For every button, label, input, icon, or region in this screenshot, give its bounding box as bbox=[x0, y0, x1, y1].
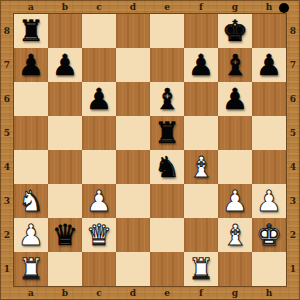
square-a6[interactable] bbox=[14, 82, 48, 116]
rank-label-3: 3 bbox=[0, 184, 14, 218]
square-g3[interactable]: ♟ bbox=[218, 184, 252, 218]
rank-label-4: 4 bbox=[286, 150, 300, 184]
piece-white-queen: ♛ bbox=[86, 218, 112, 252]
square-b8[interactable] bbox=[48, 14, 82, 48]
square-g8[interactable]: ♚ bbox=[218, 14, 252, 48]
file-label-f: f bbox=[184, 0, 218, 14]
square-f2[interactable] bbox=[184, 218, 218, 252]
square-d4[interactable] bbox=[116, 150, 150, 184]
file-label-c: c bbox=[82, 286, 116, 300]
square-b1[interactable] bbox=[48, 252, 82, 286]
piece-white-pawn: ♟ bbox=[18, 218, 44, 252]
square-h1[interactable] bbox=[252, 252, 286, 286]
chess-board-frame: abcdefgh abcdefgh 87654321 87654321 ♜♚♟♟… bbox=[0, 0, 300, 300]
square-b2[interactable]: ♛ bbox=[48, 218, 82, 252]
piece-black-rook: ♜ bbox=[154, 116, 180, 150]
piece-black-queen: ♛ bbox=[52, 218, 78, 252]
square-b5[interactable] bbox=[48, 116, 82, 150]
rank-label-6: 6 bbox=[0, 82, 14, 116]
piece-black-pawn: ♟ bbox=[222, 82, 248, 116]
file-label-c: c bbox=[82, 0, 116, 14]
piece-white-knight: ♞ bbox=[18, 184, 44, 218]
square-e6[interactable]: ♝ bbox=[150, 82, 184, 116]
file-label-g: g bbox=[218, 286, 252, 300]
square-h8[interactable] bbox=[252, 14, 286, 48]
rank-label-5: 5 bbox=[286, 116, 300, 150]
square-h7[interactable]: ♟ bbox=[252, 48, 286, 82]
square-c4[interactable] bbox=[82, 150, 116, 184]
square-a7[interactable]: ♟ bbox=[14, 48, 48, 82]
rank-label-7: 7 bbox=[286, 48, 300, 82]
piece-white-rook: ♜ bbox=[188, 252, 214, 286]
square-f3[interactable] bbox=[184, 184, 218, 218]
square-g1[interactable] bbox=[218, 252, 252, 286]
square-b3[interactable] bbox=[48, 184, 82, 218]
file-label-b: b bbox=[48, 286, 82, 300]
square-d8[interactable] bbox=[116, 14, 150, 48]
piece-white-pawn: ♟ bbox=[222, 184, 248, 218]
piece-black-king: ♚ bbox=[222, 14, 248, 48]
square-e2[interactable] bbox=[150, 218, 184, 252]
file-label-h: h bbox=[252, 286, 286, 300]
piece-black-bishop: ♝ bbox=[154, 82, 180, 116]
file-labels-bottom: abcdefgh bbox=[14, 286, 286, 300]
square-e7[interactable] bbox=[150, 48, 184, 82]
piece-black-pawn: ♟ bbox=[52, 48, 78, 82]
square-h3[interactable]: ♟ bbox=[252, 184, 286, 218]
file-label-f: f bbox=[184, 286, 218, 300]
rank-label-2: 2 bbox=[0, 218, 14, 252]
square-e4[interactable]: ♞ bbox=[150, 150, 184, 184]
square-e5[interactable]: ♜ bbox=[150, 116, 184, 150]
square-a8[interactable]: ♜ bbox=[14, 14, 48, 48]
square-g2[interactable]: ♝ bbox=[218, 218, 252, 252]
square-e1[interactable] bbox=[150, 252, 184, 286]
square-d5[interactable] bbox=[116, 116, 150, 150]
file-label-g: g bbox=[218, 0, 252, 14]
piece-black-pawn: ♟ bbox=[18, 48, 44, 82]
rank-label-8: 8 bbox=[0, 14, 14, 48]
piece-black-rook: ♜ bbox=[18, 14, 44, 48]
square-f4[interactable]: ♝ bbox=[184, 150, 218, 184]
file-labels-top: abcdefgh bbox=[14, 0, 286, 14]
file-label-d: d bbox=[116, 286, 150, 300]
square-e3[interactable] bbox=[150, 184, 184, 218]
square-c5[interactable] bbox=[82, 116, 116, 150]
rank-label-1: 1 bbox=[0, 252, 14, 286]
square-c7[interactable] bbox=[82, 48, 116, 82]
rank-label-2: 2 bbox=[286, 218, 300, 252]
piece-white-bishop: ♝ bbox=[222, 218, 248, 252]
square-d6[interactable] bbox=[116, 82, 150, 116]
file-label-b: b bbox=[48, 0, 82, 14]
square-f7[interactable]: ♟ bbox=[184, 48, 218, 82]
piece-black-knight: ♞ bbox=[154, 150, 180, 184]
piece-white-pawn: ♟ bbox=[86, 184, 112, 218]
square-a3[interactable]: ♞ bbox=[14, 184, 48, 218]
file-label-a: a bbox=[14, 0, 48, 14]
square-f5[interactable] bbox=[184, 116, 218, 150]
square-a4[interactable] bbox=[14, 150, 48, 184]
rank-label-5: 5 bbox=[0, 116, 14, 150]
square-h4[interactable] bbox=[252, 150, 286, 184]
piece-black-pawn: ♟ bbox=[256, 48, 282, 82]
square-b7[interactable]: ♟ bbox=[48, 48, 82, 82]
square-h2[interactable]: ♚ bbox=[252, 218, 286, 252]
square-a1[interactable]: ♜ bbox=[14, 252, 48, 286]
rank-label-1: 1 bbox=[286, 252, 300, 286]
file-label-d: d bbox=[116, 0, 150, 14]
square-b6[interactable] bbox=[48, 82, 82, 116]
square-d2[interactable] bbox=[116, 218, 150, 252]
square-g6[interactable]: ♟ bbox=[218, 82, 252, 116]
piece-black-pawn: ♟ bbox=[86, 82, 112, 116]
square-f1[interactable]: ♜ bbox=[184, 252, 218, 286]
square-h6[interactable] bbox=[252, 82, 286, 116]
square-f6[interactable] bbox=[184, 82, 218, 116]
square-f8[interactable] bbox=[184, 14, 218, 48]
piece-white-king: ♚ bbox=[256, 218, 282, 252]
rank-label-4: 4 bbox=[0, 150, 14, 184]
square-c1[interactable] bbox=[82, 252, 116, 286]
piece-white-rook: ♜ bbox=[18, 252, 44, 286]
file-label-a: a bbox=[14, 286, 48, 300]
square-d3[interactable] bbox=[116, 184, 150, 218]
square-g4[interactable] bbox=[218, 150, 252, 184]
square-c6[interactable]: ♟ bbox=[82, 82, 116, 116]
square-a5[interactable] bbox=[14, 116, 48, 150]
piece-black-bishop: ♝ bbox=[222, 48, 248, 82]
square-b4[interactable] bbox=[48, 150, 82, 184]
chess-board: ♜♚♟♟♟♝♟♟♝♟♜♞♝♞♟♟♟♟♛♛♝♚♜♜ bbox=[14, 14, 286, 286]
square-a2[interactable]: ♟ bbox=[14, 218, 48, 252]
rank-label-8: 8 bbox=[286, 14, 300, 48]
piece-white-bishop: ♝ bbox=[188, 150, 214, 184]
piece-white-pawn: ♟ bbox=[256, 184, 282, 218]
square-c2[interactable]: ♛ bbox=[82, 218, 116, 252]
square-d7[interactable] bbox=[116, 48, 150, 82]
piece-black-pawn: ♟ bbox=[188, 48, 214, 82]
square-g7[interactable]: ♝ bbox=[218, 48, 252, 82]
rank-label-6: 6 bbox=[286, 82, 300, 116]
rank-label-7: 7 bbox=[0, 48, 14, 82]
square-g5[interactable] bbox=[218, 116, 252, 150]
file-label-e: e bbox=[150, 0, 184, 14]
black-to-move-indicator bbox=[279, 3, 289, 13]
square-c8[interactable] bbox=[82, 14, 116, 48]
rank-label-3: 3 bbox=[286, 184, 300, 218]
square-d1[interactable] bbox=[116, 252, 150, 286]
square-h5[interactable] bbox=[252, 116, 286, 150]
square-e8[interactable] bbox=[150, 14, 184, 48]
square-c3[interactable]: ♟ bbox=[82, 184, 116, 218]
rank-labels-right: 87654321 bbox=[286, 14, 300, 286]
file-label-e: e bbox=[150, 286, 184, 300]
rank-labels-left: 87654321 bbox=[0, 14, 14, 286]
